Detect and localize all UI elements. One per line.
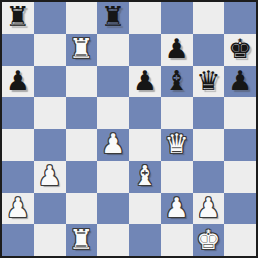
piece-black-pawn[interactable]: ♟ [228,67,252,94]
square-d8[interactable]: ♜ [97,2,129,34]
square-f4[interactable]: ♛ [161,129,193,161]
square-e8[interactable] [129,2,161,34]
square-a4[interactable] [2,129,34,161]
square-c4[interactable] [66,129,98,161]
piece-white-pawn[interactable]: ♟ [196,194,220,221]
square-g5[interactable] [193,97,225,129]
piece-white-pawn[interactable]: ♟ [101,130,125,157]
square-d3[interactable] [97,161,129,193]
square-a8[interactable]: ♜ [2,2,34,34]
square-c8[interactable] [66,2,98,34]
square-e6[interactable]: ♟ [129,66,161,98]
square-g6[interactable]: ♛ [193,66,225,98]
square-h8[interactable] [224,2,256,34]
square-d7[interactable] [97,34,129,66]
square-e2[interactable] [129,193,161,225]
square-d6[interactable] [97,66,129,98]
piece-white-pawn[interactable]: ♟ [6,194,30,221]
piece-white-rook[interactable]: ♜ [69,226,93,253]
square-b1[interactable] [34,224,66,256]
square-g1[interactable]: ♚ [193,224,225,256]
square-f1[interactable] [161,224,193,256]
square-a1[interactable] [2,224,34,256]
square-c7[interactable]: ♜ [66,34,98,66]
square-b4[interactable] [34,129,66,161]
square-f3[interactable] [161,161,193,193]
piece-black-pawn[interactable]: ♟ [6,67,30,94]
square-e4[interactable] [129,129,161,161]
square-f7[interactable]: ♟ [161,34,193,66]
square-g7[interactable] [193,34,225,66]
square-h4[interactable] [224,129,256,161]
square-h2[interactable] [224,193,256,225]
piece-black-rook[interactable]: ♜ [101,3,125,30]
square-a2[interactable]: ♟ [2,193,34,225]
piece-black-king[interactable]: ♚ [228,35,252,62]
square-g3[interactable] [193,161,225,193]
piece-black-rook[interactable]: ♜ [6,3,30,30]
square-f5[interactable] [161,97,193,129]
square-c6[interactable] [66,66,98,98]
square-h6[interactable]: ♟ [224,66,256,98]
square-b5[interactable] [34,97,66,129]
square-b3[interactable]: ♟ [34,161,66,193]
square-c3[interactable] [66,161,98,193]
square-f6[interactable]: ♝ [161,66,193,98]
square-f2[interactable]: ♟ [161,193,193,225]
square-h3[interactable] [224,161,256,193]
square-c1[interactable]: ♜ [66,224,98,256]
square-b6[interactable] [34,66,66,98]
square-g4[interactable] [193,129,225,161]
square-e5[interactable] [129,97,161,129]
square-g8[interactable] [193,2,225,34]
square-f8[interactable] [161,2,193,34]
square-h1[interactable] [224,224,256,256]
piece-black-bishop[interactable]: ♝ [165,67,189,94]
square-b7[interactable] [34,34,66,66]
square-d5[interactable] [97,97,129,129]
square-g2[interactable]: ♟ [193,193,225,225]
square-h7[interactable]: ♚ [224,34,256,66]
square-a3[interactable] [2,161,34,193]
piece-black-pawn[interactable]: ♟ [133,67,157,94]
square-a5[interactable] [2,97,34,129]
square-a7[interactable] [2,34,34,66]
square-h5[interactable] [224,97,256,129]
square-b2[interactable] [34,193,66,225]
piece-white-bishop[interactable]: ♝ [133,162,157,189]
square-e7[interactable] [129,34,161,66]
piece-white-pawn[interactable]: ♟ [165,194,189,221]
piece-black-queen[interactable]: ♛ [196,67,220,94]
square-c2[interactable] [66,193,98,225]
square-d2[interactable] [97,193,129,225]
piece-white-pawn[interactable]: ♟ [38,162,62,189]
square-b8[interactable] [34,2,66,34]
square-d4[interactable]: ♟ [97,129,129,161]
square-a6[interactable]: ♟ [2,66,34,98]
square-d1[interactable] [97,224,129,256]
piece-white-queen[interactable]: ♛ [165,130,189,157]
piece-black-pawn[interactable]: ♟ [165,35,189,62]
square-e1[interactable] [129,224,161,256]
chess-board: ♜♜♜♟♚♟♟♝♛♟♟♛♟♝♟♟♟♜♚ [0,0,258,258]
square-c5[interactable] [66,97,98,129]
piece-white-king[interactable]: ♚ [196,226,220,253]
piece-white-rook[interactable]: ♜ [69,35,93,62]
square-e3[interactable]: ♝ [129,161,161,193]
